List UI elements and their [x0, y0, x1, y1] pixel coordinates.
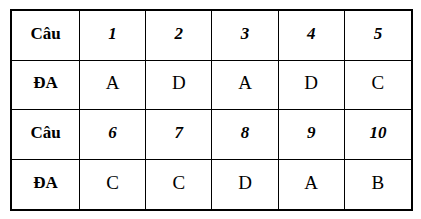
question-number-1: 1 [80, 11, 146, 61]
question-number-6: 6 [80, 110, 146, 160]
answer-1: A [80, 61, 146, 111]
row2-header-da: ĐA [12, 61, 80, 111]
row1-header-cau: Câu [12, 11, 80, 61]
answer-2: D [146, 61, 212, 111]
answer-4: D [279, 61, 345, 111]
question-number-8: 8 [212, 110, 278, 160]
question-number-4: 4 [279, 11, 345, 61]
answer-7: C [146, 160, 212, 210]
question-number-9: 9 [279, 110, 345, 160]
question-number-10: 10 [345, 110, 411, 160]
answer-3: A [212, 61, 278, 111]
answer-9: A [279, 160, 345, 210]
question-number-7: 7 [146, 110, 212, 160]
question-number-3: 3 [212, 11, 278, 61]
question-number-2: 2 [146, 11, 212, 61]
row4-header-da: ĐA [12, 160, 80, 210]
question-number-5: 5 [345, 11, 411, 61]
answer-5: C [345, 61, 411, 111]
answer-6: C [80, 160, 146, 210]
answer-8: D [212, 160, 278, 210]
row3-header-cau: Câu [12, 110, 80, 160]
answer-key-table: Câu 1 2 3 4 5 ĐA A D A D C Câu 6 7 8 9 1… [10, 9, 413, 211]
answer-10: B [345, 160, 411, 210]
